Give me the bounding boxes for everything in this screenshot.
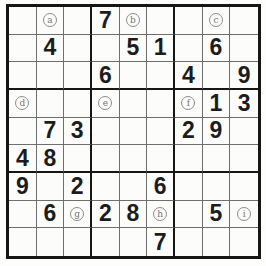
cell-r1c4[interactable]: 7 <box>92 7 120 35</box>
given-digit: 6 <box>154 175 167 198</box>
given-digit: 6 <box>44 202 57 225</box>
cell-r7c6[interactable]: 6 <box>147 173 175 201</box>
cell-r7c9[interactable] <box>230 173 258 201</box>
cell-r5c2[interactable]: 7 <box>37 118 65 146</box>
circled-letter-label: c <box>209 13 223 27</box>
sudoku-board: a7bc4516649def137329489266g28h5i7 <box>6 4 261 259</box>
cell-r2c3[interactable] <box>64 35 92 63</box>
cell-r2c4[interactable] <box>92 35 120 63</box>
cell-r8c2[interactable]: 6 <box>37 201 65 229</box>
cell-r2c7[interactable] <box>175 35 203 63</box>
circled-letter-label: g <box>70 207 84 221</box>
cell-r6c1[interactable]: 4 <box>9 145 37 173</box>
cell-r6c2[interactable]: 8 <box>37 145 65 173</box>
cell-r5c4[interactable] <box>92 118 120 146</box>
cell-r9c2[interactable] <box>37 228 65 256</box>
cell-r7c7[interactable] <box>175 173 203 201</box>
cell-r7c3[interactable]: 2 <box>64 173 92 201</box>
cell-r8c3[interactable]: g <box>64 201 92 229</box>
cell-r2c8[interactable]: 6 <box>203 35 231 63</box>
cell-r8c5[interactable]: 8 <box>120 201 148 229</box>
cell-r7c2[interactable] <box>37 173 65 201</box>
cell-r6c4[interactable] <box>92 145 120 173</box>
cell-r1c3[interactable] <box>64 7 92 35</box>
cell-r1c1[interactable] <box>9 7 37 35</box>
given-digit: 7 <box>44 119 57 142</box>
cell-r9c5[interactable] <box>120 228 148 256</box>
cell-r4c3[interactable] <box>64 90 92 118</box>
circled-letter-label: e <box>98 96 112 110</box>
circled-letter-label: b <box>126 13 140 27</box>
cell-r8c4[interactable]: 2 <box>92 201 120 229</box>
given-digit: 9 <box>210 119 223 142</box>
cell-r1c9[interactable] <box>230 7 258 35</box>
cell-r1c6[interactable] <box>147 7 175 35</box>
given-digit: 7 <box>154 231 167 254</box>
cell-r9c8[interactable] <box>203 228 231 256</box>
cell-r5c3[interactable]: 3 <box>64 118 92 146</box>
circled-letter-label: d <box>15 96 29 110</box>
cell-r2c6[interactable]: 1 <box>147 35 175 63</box>
cell-r4c7[interactable]: f <box>175 90 203 118</box>
cell-r9c7[interactable] <box>175 228 203 256</box>
given-digit: 3 <box>238 92 251 115</box>
given-digit: 5 <box>127 36 140 59</box>
cell-r8c6[interactable]: h <box>147 201 175 229</box>
cell-r5c6[interactable] <box>147 118 175 146</box>
cell-r5c7[interactable]: 2 <box>175 118 203 146</box>
cell-r3c1[interactable] <box>9 62 37 90</box>
cell-r5c5[interactable] <box>120 118 148 146</box>
given-digit: 4 <box>182 64 195 87</box>
cell-r6c7[interactable] <box>175 145 203 173</box>
cell-r6c8[interactable] <box>203 145 231 173</box>
cell-r6c9[interactable] <box>230 145 258 173</box>
cell-r4c4[interactable]: e <box>92 90 120 118</box>
cell-r9c9[interactable] <box>230 228 258 256</box>
cell-r8c1[interactable] <box>9 201 37 229</box>
given-digit: 2 <box>99 202 112 225</box>
given-digit: 7 <box>99 9 112 32</box>
cell-r7c4[interactable] <box>92 173 120 201</box>
cell-r3c6[interactable] <box>147 62 175 90</box>
cell-r4c1[interactable]: d <box>9 90 37 118</box>
cell-r3c2[interactable] <box>37 62 65 90</box>
cell-r9c1[interactable] <box>9 228 37 256</box>
circled-letter-label: f <box>181 96 195 110</box>
cell-r4c6[interactable] <box>147 90 175 118</box>
cell-r3c7[interactable]: 4 <box>175 62 203 90</box>
cell-r9c3[interactable] <box>64 228 92 256</box>
cell-r1c7[interactable] <box>175 7 203 35</box>
cell-r3c3[interactable] <box>64 62 92 90</box>
cell-r3c8[interactable] <box>203 62 231 90</box>
cell-r5c1[interactable] <box>9 118 37 146</box>
given-digit: 8 <box>127 202 140 225</box>
given-digit: 6 <box>99 64 112 87</box>
given-digit: 3 <box>71 119 84 142</box>
cell-r4c9[interactable]: 3 <box>230 90 258 118</box>
given-digit: 9 <box>16 175 29 198</box>
given-digit: 6 <box>210 36 223 59</box>
given-digit: 2 <box>182 119 195 142</box>
circled-letter-label: a <box>43 13 57 27</box>
cell-r9c6[interactable]: 7 <box>147 228 175 256</box>
cell-r9c4[interactable] <box>92 228 120 256</box>
cell-r4c2[interactable] <box>37 90 65 118</box>
cell-r8c7[interactable] <box>175 201 203 229</box>
given-digit: 8 <box>44 147 57 170</box>
circled-letter-label: i <box>237 207 251 221</box>
cell-r1c5[interactable]: b <box>120 7 148 35</box>
cell-r2c5[interactable]: 5 <box>120 35 148 63</box>
cell-r5c9[interactable] <box>230 118 258 146</box>
given-digit: 5 <box>210 202 223 225</box>
cell-r3c9[interactable]: 9 <box>230 62 258 90</box>
cell-r6c6[interactable] <box>147 145 175 173</box>
cell-r2c9[interactable] <box>230 35 258 63</box>
cell-r8c8[interactable]: 5 <box>203 201 231 229</box>
cell-r3c5[interactable] <box>120 62 148 90</box>
cell-r6c3[interactable] <box>64 145 92 173</box>
given-digit: 9 <box>238 64 251 87</box>
cell-r7c5[interactable] <box>120 173 148 201</box>
cell-r4c8[interactable]: 1 <box>203 90 231 118</box>
given-digit: 4 <box>44 36 57 59</box>
cell-r8c9[interactable]: i <box>230 201 258 229</box>
given-digit: 1 <box>210 92 223 115</box>
cell-r7c1[interactable]: 9 <box>9 173 37 201</box>
cell-r1c2[interactable]: a <box>37 7 65 35</box>
given-digit: 1 <box>154 36 167 59</box>
circled-letter-label: h <box>153 207 167 221</box>
cell-r5c8[interactable]: 9 <box>203 118 231 146</box>
cell-r2c1[interactable] <box>9 35 37 63</box>
cell-r6c5[interactable] <box>120 145 148 173</box>
cell-r7c8[interactable] <box>203 173 231 201</box>
cell-r2c2[interactable]: 4 <box>37 35 65 63</box>
given-digit: 2 <box>71 175 84 198</box>
given-digit: 4 <box>16 147 29 170</box>
cell-r4c5[interactable] <box>120 90 148 118</box>
cell-r1c8[interactable]: c <box>203 7 231 35</box>
cell-r3c4[interactable]: 6 <box>92 62 120 90</box>
